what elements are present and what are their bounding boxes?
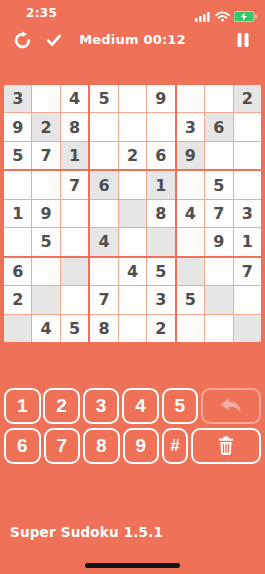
sudoku-cell-r2c6[interactable] [147, 113, 174, 140]
sudoku-cell-r3c1[interactable]: 5 [4, 142, 31, 169]
sudoku-cell-r4c5[interactable] [119, 171, 146, 198]
numpad-row-2: 6789 # [4, 428, 261, 464]
app-screen: 2:35 [0, 0, 265, 574]
sudoku-cell-r6c7[interactable] [177, 228, 204, 255]
sudoku-cell-r1c2[interactable] [32, 85, 59, 112]
sudoku-cell-r7c7[interactable] [177, 258, 204, 285]
sudoku-cell-r5c6[interactable]: 8 [147, 200, 174, 227]
sudoku-cell-r9c5[interactable] [119, 315, 146, 342]
sudoku-cell-r1c7[interactable] [177, 85, 204, 112]
sudoku-cell-r1c3[interactable]: 4 [61, 85, 88, 112]
sudoku-cell-r8c2[interactable] [32, 286, 59, 313]
numpad-6-button[interactable]: 6 [4, 428, 41, 464]
sudoku-cell-r2c4[interactable] [90, 113, 117, 140]
sudoku-cell-r2c8[interactable]: 6 [205, 113, 232, 140]
sudoku-cell-r6c4[interactable]: 4 [90, 228, 117, 255]
sudoku-cell-r5c2[interactable]: 9 [32, 200, 59, 227]
home-indicator[interactable] [85, 563, 180, 568]
toolbar: Medium 00:12 [0, 28, 265, 54]
sudoku-cell-r8c4[interactable]: 7 [90, 286, 117, 313]
sudoku-cell-r6c8[interactable]: 9 [205, 228, 232, 255]
sudoku-cell-r6c9[interactable]: 1 [234, 228, 261, 255]
numpad-5-button[interactable]: 5 [162, 388, 199, 424]
sudoku-cell-r7c9[interactable]: 7 [234, 258, 261, 285]
erase-button[interactable] [191, 428, 261, 464]
sudoku-cell-r2c5[interactable] [119, 113, 146, 140]
sudoku-cell-r7c3[interactable] [61, 258, 88, 285]
app-version-label: Super Sudoku 1.5.1 [10, 524, 163, 540]
sudoku-box-5: 6184 [90, 171, 174, 255]
sudoku-cell-r8c6[interactable]: 3 [147, 286, 174, 313]
numpad-2-button[interactable]: 2 [43, 388, 80, 424]
numpad-8-button[interactable]: 8 [83, 428, 120, 464]
sudoku-box-7: 6245 [4, 258, 88, 342]
notes-hash-button[interactable]: # [162, 428, 188, 464]
sudoku-cell-r6c3[interactable] [61, 228, 88, 255]
sudoku-box-8: 457382 [90, 258, 174, 342]
sudoku-cell-r5c8[interactable]: 7 [205, 200, 232, 227]
sudoku-board: 3492857159262369719561845473916245457382… [4, 85, 261, 342]
sudoku-cell-r9c7[interactable] [177, 315, 204, 342]
numpad-1-button[interactable]: 1 [4, 388, 41, 424]
sudoku-cell-r5c7[interactable]: 4 [177, 200, 204, 227]
sudoku-cell-r9c4[interactable]: 8 [90, 315, 117, 342]
wifi-icon [215, 7, 230, 26]
sudoku-cell-r5c5[interactable] [119, 200, 146, 227]
sudoku-cell-r7c1[interactable]: 6 [4, 258, 31, 285]
sudoku-cell-r2c2[interactable]: 2 [32, 113, 59, 140]
sudoku-cell-r1c5[interactable] [119, 85, 146, 112]
status-bar: 2:35 [0, 0, 265, 24]
sudoku-cell-r9c1[interactable] [4, 315, 31, 342]
sudoku-cell-r4c7[interactable] [177, 171, 204, 198]
sudoku-cell-r1c6[interactable]: 9 [147, 85, 174, 112]
sudoku-cell-r3c2[interactable]: 7 [32, 142, 59, 169]
sudoku-cell-r9c2[interactable]: 4 [32, 315, 59, 342]
sudoku-box-1: 34928571 [4, 85, 88, 169]
sudoku-cell-r1c8[interactable] [205, 85, 232, 112]
sudoku-cell-r3c6[interactable]: 6 [147, 142, 174, 169]
sudoku-cell-r4c9[interactable] [234, 171, 261, 198]
cellular-signal-icon [195, 7, 211, 26]
sudoku-cell-r6c1[interactable] [4, 228, 31, 255]
sudoku-cell-r4c3[interactable]: 7 [61, 171, 88, 198]
sudoku-cell-r7c5[interactable]: 4 [119, 258, 146, 285]
sudoku-cell-r5c1[interactable]: 1 [4, 200, 31, 227]
sudoku-cell-r8c9[interactable] [234, 286, 261, 313]
sudoku-box-9: 75 [177, 258, 261, 342]
pause-icon[interactable] [233, 30, 253, 50]
sudoku-cell-r4c4[interactable]: 6 [90, 171, 117, 198]
sudoku-cell-r8c1[interactable]: 2 [4, 286, 31, 313]
numpad-row-1: 12345 [4, 388, 261, 424]
sudoku-box-4: 7195 [4, 171, 88, 255]
sudoku-cell-r9c8[interactable] [205, 315, 232, 342]
sudoku-cell-r7c2[interactable] [32, 258, 59, 285]
sudoku-cell-r2c3[interactable]: 8 [61, 113, 88, 140]
sudoku-cell-r5c3[interactable] [61, 200, 88, 227]
sudoku-cell-r5c9[interactable]: 3 [234, 200, 261, 227]
sudoku-cell-r1c9[interactable]: 2 [234, 85, 261, 112]
numpad-9-button[interactable]: 9 [123, 428, 160, 464]
sudoku-cell-r4c1[interactable] [4, 171, 31, 198]
sudoku-cell-r1c4[interactable]: 5 [90, 85, 117, 112]
sudoku-cell-r9c9[interactable] [234, 315, 261, 342]
sudoku-cell-r6c2[interactable]: 5 [32, 228, 59, 255]
sudoku-cell-r7c8[interactable] [205, 258, 232, 285]
sudoku-cell-r8c3[interactable] [61, 286, 88, 313]
sudoku-cell-r2c9[interactable] [234, 113, 261, 140]
sudoku-cell-r2c7[interactable]: 3 [177, 113, 204, 140]
sudoku-cell-r4c8[interactable]: 5 [205, 171, 232, 198]
sudoku-box-2: 5926 [90, 85, 174, 169]
sudoku-cell-r3c4[interactable] [90, 142, 117, 169]
sudoku-box-3: 2369 [177, 85, 261, 169]
sudoku-cell-r6c6[interactable] [147, 228, 174, 255]
sudoku-cell-r7c4[interactable] [90, 258, 117, 285]
sudoku-cell-r3c9[interactable] [234, 142, 261, 169]
sudoku-cell-r4c2[interactable] [32, 171, 59, 198]
difficulty-timer-label: Medium 00:12 [0, 32, 265, 47]
sudoku-cell-r8c8[interactable] [205, 286, 232, 313]
numpad-4-button[interactable]: 4 [122, 388, 159, 424]
sudoku-cell-r3c7[interactable]: 9 [177, 142, 204, 169]
sudoku-cell-r7c6[interactable]: 5 [147, 258, 174, 285]
status-icons [195, 7, 257, 26]
sudoku-cell-r1c1[interactable]: 3 [4, 85, 31, 112]
sudoku-cell-r9c3[interactable]: 5 [61, 315, 88, 342]
numpad-7-button[interactable]: 7 [44, 428, 81, 464]
sudoku-cell-r6c5[interactable] [119, 228, 146, 255]
sudoku-cell-r5c4[interactable] [90, 200, 117, 227]
undo-button[interactable] [201, 388, 261, 424]
numpad-3-button[interactable]: 3 [83, 388, 120, 424]
sudoku-cell-r2c1[interactable]: 9 [4, 113, 31, 140]
sudoku-cell-r3c5[interactable]: 2 [119, 142, 146, 169]
battery-charging-icon [234, 7, 257, 26]
sudoku-cell-r3c3[interactable]: 1 [61, 142, 88, 169]
sudoku-box-6: 547391 [177, 171, 261, 255]
sudoku-cell-r8c5[interactable] [119, 286, 146, 313]
sudoku-cell-r4c6[interactable]: 1 [147, 171, 174, 198]
sudoku-cell-r9c6[interactable]: 2 [147, 315, 174, 342]
sudoku-cell-r3c8[interactable] [205, 142, 232, 169]
clock-time: 2:35 [26, 6, 57, 20]
sudoku-cell-r8c7[interactable]: 5 [177, 286, 204, 313]
